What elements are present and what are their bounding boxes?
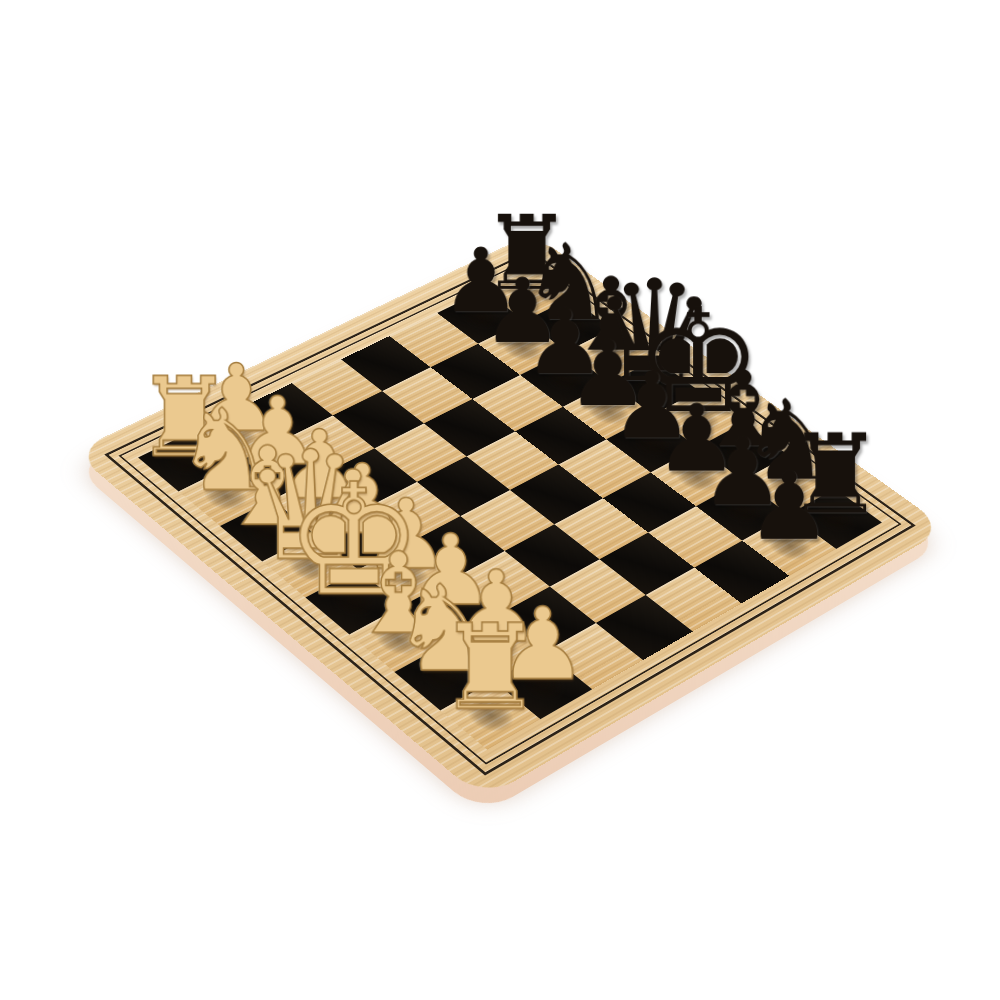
chess-board: ♜♞♝♛♚♝♞♜♟♟♟♟♟♟♟♟♟♟♟♟♟♟♟♟♜♞♝♛♚♝♞♜ (73, 233, 946, 799)
black-pawn-icon: ♟ (747, 459, 832, 554)
square-g5 (600, 533, 695, 595)
board-grid: ♜♞♝♛♚♝♞♜♟♟♟♟♟♟♟♟♟♟♟♟♟♟♟♟♜♞♝♛♚♝♞♜ (138, 269, 882, 750)
chess-set-photo-scene: ♜♞♝♛♚♝♞♜♟♟♟♟♟♟♟♟♟♟♟♟♟♟♟♟♜♞♝♛♚♝♞♜ (0, 0, 1000, 1000)
square-h1: ♜ (440, 681, 540, 750)
white-rook-icon: ♜ (437, 608, 543, 726)
